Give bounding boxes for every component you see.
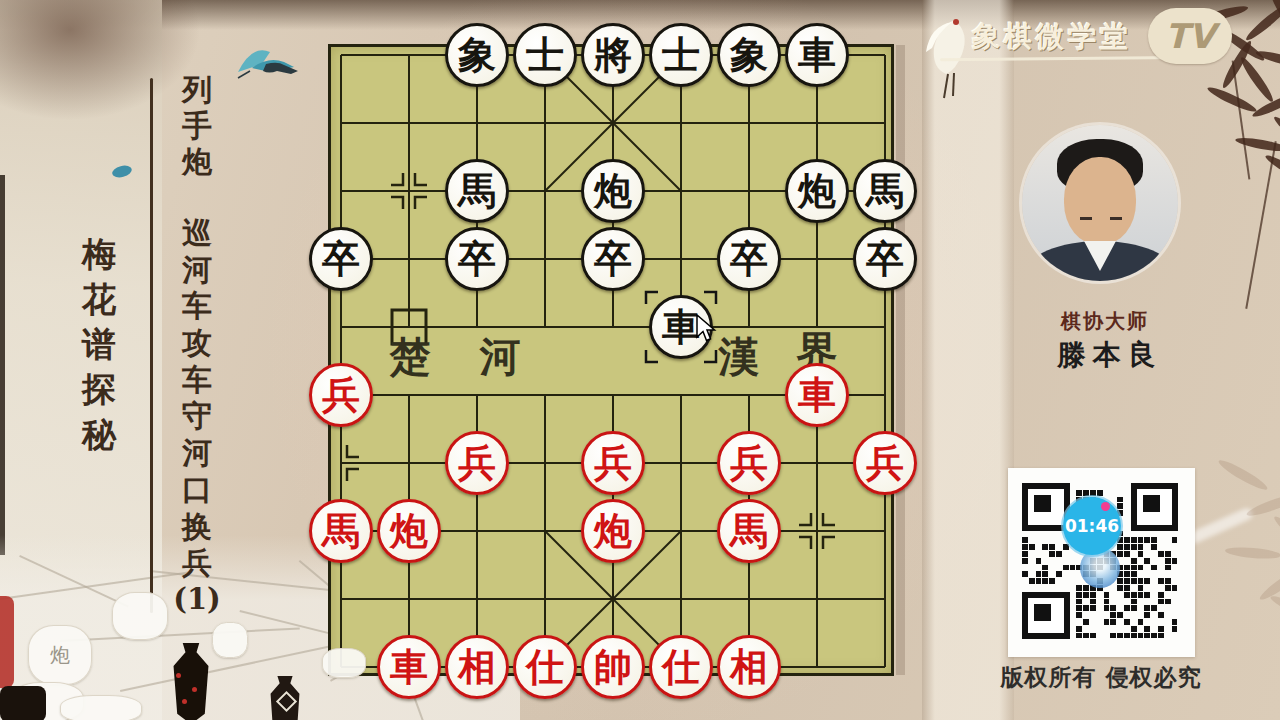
board-cell[interactable]	[443, 89, 511, 157]
board-cell[interactable]	[579, 89, 647, 157]
xiangqi-piece-red[interactable]: 兵	[581, 431, 645, 495]
xiangqi-piece-black[interactable]: 炮	[581, 159, 645, 223]
xiangqi-piece-black[interactable]: 士	[513, 23, 577, 87]
board-cell[interactable]	[647, 429, 715, 497]
qr-code	[1008, 468, 1195, 657]
physical-piece	[112, 592, 168, 640]
board-cell[interactable]	[851, 293, 919, 361]
board-cell[interactable]	[307, 565, 375, 633]
vertical-char: 秘	[82, 412, 116, 457]
board-cell[interactable]	[511, 361, 579, 429]
board-cell[interactable]	[715, 157, 783, 225]
board-cell[interactable]	[375, 89, 443, 157]
bamboo-leaf	[1206, 84, 1259, 115]
board-cell[interactable]	[647, 565, 715, 633]
lesson-title-vertical: 巡河车攻车守河口换兵	[176, 215, 218, 582]
xiangqi-piece-black[interactable]: 象	[445, 23, 509, 87]
board-cell[interactable]	[783, 497, 851, 565]
bamboo-leaf-faint	[1216, 457, 1269, 494]
board-cell[interactable]	[851, 497, 919, 565]
blue-crane-icon	[230, 38, 306, 90]
physical-piece	[212, 622, 248, 658]
xiangqi-piece-red[interactable]: 相	[717, 635, 781, 699]
board-cell[interactable]	[783, 225, 851, 293]
right-light-strip	[922, 0, 1014, 720]
physical-piece: 炮	[28, 625, 92, 685]
vertical-char: 谱	[82, 322, 116, 367]
board-cell[interactable]	[511, 565, 579, 633]
top-left-vignette	[0, 0, 200, 120]
board-cell[interactable]	[375, 157, 443, 225]
board-cell[interactable]	[783, 633, 851, 701]
physical-piece	[60, 695, 142, 720]
xiangqi-piece-black[interactable]: 馬	[853, 159, 917, 223]
corner-silhouette	[0, 686, 46, 720]
board-cell[interactable]	[783, 565, 851, 633]
river-label: 楚	[390, 330, 431, 385]
xiangqi-piece-red[interactable]: 兵	[445, 431, 509, 495]
board-cell[interactable]	[647, 157, 715, 225]
river-label: 漢	[719, 330, 760, 385]
xiangqi-piece-red[interactable]: 馬	[309, 499, 373, 563]
mouse-cursor	[696, 314, 718, 344]
xiangqi-piece-red[interactable]: 車	[377, 635, 441, 699]
paper-streak	[1186, 506, 1255, 545]
xiangqi-piece-black[interactable]: 馬	[445, 159, 509, 223]
xiangqi-piece-black[interactable]: 卒	[445, 227, 509, 291]
board-cell[interactable]	[511, 293, 579, 361]
xiangqi-piece-red[interactable]: 仕	[649, 635, 713, 699]
vertical-char: 梅	[82, 232, 116, 277]
channel-logo-text: 象棋微学堂	[972, 18, 1132, 56]
board-cell[interactable]	[579, 293, 647, 361]
master-name: 滕本良	[1022, 336, 1198, 374]
board-cell[interactable]	[443, 497, 511, 565]
board-cell[interactable]	[443, 565, 511, 633]
qr-finder	[1131, 483, 1179, 531]
xiangqi-piece-red[interactable]: 兵	[309, 363, 373, 427]
board-cell[interactable]	[511, 497, 579, 565]
vertical-char: 河	[182, 252, 212, 289]
board-cell[interactable]	[375, 225, 443, 293]
copyright-text: 版权所有 侵权必究	[994, 662, 1208, 693]
physical-piece	[322, 648, 366, 678]
board-cell[interactable]	[647, 89, 715, 157]
board-cell[interactable]	[307, 21, 375, 89]
board-cell[interactable]	[307, 293, 375, 361]
board-cell[interactable]	[715, 89, 783, 157]
countdown-timer: 01:46	[1063, 497, 1121, 555]
vertical-char: 花	[82, 277, 116, 322]
vertical-char: 列	[182, 72, 212, 108]
xiangqi-piece-black[interactable]: 將	[581, 23, 645, 87]
board-cell[interactable]	[851, 21, 919, 89]
bamboo-stem	[1245, 141, 1276, 309]
xiangqi-piece-red[interactable]: 相	[445, 635, 509, 699]
avatar-eye	[1080, 217, 1092, 220]
xiangqi-piece-black[interactable]: 象	[717, 23, 781, 87]
xiangqi-piece-red[interactable]: 仕	[513, 635, 577, 699]
crack-line	[60, 627, 300, 642]
xiangqi-piece-red[interactable]: 兵	[853, 431, 917, 495]
board-cell[interactable]	[375, 21, 443, 89]
master-avatar	[1022, 125, 1178, 281]
opening-title-vertical: 列手炮	[176, 72, 218, 180]
vertical-char: 探	[82, 367, 116, 412]
xiangqi-piece-red[interactable]: 馬	[717, 499, 781, 563]
board-cell[interactable]	[307, 157, 375, 225]
board-cell[interactable]	[851, 361, 919, 429]
xiangqi-piece-black[interactable]: 士	[649, 23, 713, 87]
board-cell[interactable]	[307, 429, 375, 497]
xiangqi-piece-black[interactable]: 卒	[717, 227, 781, 291]
xiangqi-piece-black[interactable]: 車	[785, 23, 849, 87]
board-cell[interactable]	[851, 565, 919, 633]
master-title: 棋协大师	[1022, 308, 1188, 335]
board-cell[interactable]	[851, 633, 919, 701]
left-panel-divider	[150, 78, 153, 613]
xiangqi-piece-black[interactable]: 卒	[853, 227, 917, 291]
xiangqi-board: 楚河漢界 象士將士象車馬炮炮馬卒卒卒卒卒車兵車兵兵兵兵馬炮炮馬車相仕帥仕相	[307, 21, 919, 701]
vertical-char: 炮	[182, 144, 212, 180]
vertical-char: 口	[182, 472, 212, 509]
board-cell[interactable]	[375, 565, 443, 633]
board-cell[interactable]	[511, 429, 579, 497]
board-cell[interactable]	[511, 157, 579, 225]
xiangqi-piece-red[interactable]: 炮	[377, 499, 441, 563]
xiangqi-piece-red[interactable]: 車	[785, 363, 849, 427]
vertical-char: 手	[182, 108, 212, 144]
board-cell[interactable]	[715, 565, 783, 633]
vertical-char: 河	[182, 435, 212, 472]
series-title-vertical: 梅花谱探秘	[74, 232, 124, 457]
bamboo-leaf-faint	[1225, 546, 1280, 561]
board-cell[interactable]	[579, 361, 647, 429]
board-cell[interactable]	[511, 225, 579, 293]
vertical-char: 守	[182, 398, 212, 435]
red-vase-edge	[0, 596, 14, 688]
board-cell[interactable]	[851, 89, 919, 157]
bamboo-leaf-faint	[1245, 491, 1280, 520]
bamboo-stem	[1232, 60, 1251, 179]
vertical-char: 车	[182, 288, 212, 325]
xiangqi-piece-red[interactable]: 炮	[581, 499, 645, 563]
xiangqi-piece-black[interactable]: 卒	[309, 227, 373, 291]
lesson-number: (1)	[168, 582, 226, 616]
board-cell[interactable]	[783, 429, 851, 497]
left-edge-border	[0, 175, 5, 555]
vertical-char: 兵	[182, 545, 212, 582]
vertical-char: 车	[182, 362, 212, 399]
board-cell[interactable]	[647, 361, 715, 429]
board-cell[interactable]	[511, 89, 579, 157]
river-label: 河	[480, 330, 521, 385]
avatar-face	[1064, 157, 1136, 245]
board-cell[interactable]	[579, 565, 647, 633]
vertical-char: 换	[182, 509, 212, 546]
qr-finder	[1022, 592, 1070, 640]
xiangqi-piece-black[interactable]: 卒	[581, 227, 645, 291]
board-cell[interactable]	[375, 429, 443, 497]
xiangqi-piece-red[interactable]: 帥	[581, 635, 645, 699]
bamboo-leaf-faint	[1269, 593, 1280, 626]
board-cell[interactable]	[307, 89, 375, 157]
xiangqi-piece-black[interactable]: 炮	[785, 159, 849, 223]
vertical-char: 巡	[182, 215, 212, 252]
avatar-eye	[1110, 217, 1122, 220]
tv-badge: TV	[1148, 8, 1232, 64]
board-cell[interactable]	[647, 497, 715, 565]
vertical-char: 攻	[182, 325, 212, 362]
xiangqi-piece-red[interactable]: 兵	[717, 431, 781, 495]
timer-dot	[1101, 502, 1110, 511]
board-cell[interactable]	[647, 225, 715, 293]
board-cell[interactable]	[783, 89, 851, 157]
bamboo-leaf	[1238, 55, 1276, 104]
